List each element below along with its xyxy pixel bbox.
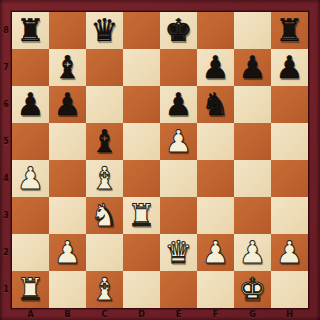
- piece-white-bishop[interactable]: ♝: [91, 271, 119, 308]
- square-g1[interactable]: ♚: [234, 271, 271, 308]
- square-d8[interactable]: [123, 12, 160, 49]
- square-a8[interactable]: ♜: [12, 12, 49, 49]
- piece-black-pawn[interactable]: ♟: [202, 49, 230, 86]
- square-g8[interactable]: [234, 12, 271, 49]
- square-c6[interactable]: [86, 86, 123, 123]
- file-label-f: F: [197, 308, 234, 320]
- piece-white-bishop[interactable]: ♝: [91, 160, 119, 197]
- square-d4[interactable]: [123, 160, 160, 197]
- square-a2[interactable]: [12, 234, 49, 271]
- piece-white-pawn[interactable]: ♟: [276, 234, 304, 271]
- square-b2[interactable]: ♟: [49, 234, 86, 271]
- piece-white-pawn[interactable]: ♟: [202, 234, 230, 271]
- square-f6[interactable]: ♞: [197, 86, 234, 123]
- square-d7[interactable]: [123, 49, 160, 86]
- square-e6[interactable]: ♟: [160, 86, 197, 123]
- square-g3[interactable]: [234, 197, 271, 234]
- square-h3[interactable]: [271, 197, 308, 234]
- chess-board: ♜♛♚♜♝♟♟♟♟♟♟♞♝♟♟♝♞♜♟♛♟♟♟♜♝♚: [12, 12, 308, 308]
- square-e3[interactable]: [160, 197, 197, 234]
- square-e5[interactable]: ♟: [160, 123, 197, 160]
- file-label-d: D: [123, 308, 160, 320]
- square-c4[interactable]: ♝: [86, 160, 123, 197]
- rank-label-8: 8: [0, 12, 12, 49]
- square-b5[interactable]: [49, 123, 86, 160]
- piece-white-pawn[interactable]: ♟: [239, 234, 267, 271]
- square-e7[interactable]: [160, 49, 197, 86]
- piece-white-pawn[interactable]: ♟: [54, 234, 82, 271]
- rank-label-4: 4: [0, 160, 12, 197]
- square-c7[interactable]: [86, 49, 123, 86]
- file-labels: ABCDEFGH: [12, 308, 308, 320]
- square-g6[interactable]: [234, 86, 271, 123]
- piece-white-pawn[interactable]: ♟: [165, 123, 193, 160]
- piece-white-king[interactable]: ♚: [239, 271, 267, 308]
- square-c1[interactable]: ♝: [86, 271, 123, 308]
- rank-label-7: 7: [0, 49, 12, 86]
- file-label-b: B: [49, 308, 86, 320]
- rank-label-5: 5: [0, 123, 12, 160]
- file-label-e: E: [160, 308, 197, 320]
- piece-black-queen[interactable]: ♛: [91, 12, 119, 49]
- square-f5[interactable]: [197, 123, 234, 160]
- piece-black-king[interactable]: ♚: [165, 12, 193, 49]
- rank-label-6: 6: [0, 86, 12, 123]
- file-label-g: G: [234, 308, 271, 320]
- square-f2[interactable]: ♟: [197, 234, 234, 271]
- piece-black-rook[interactable]: ♜: [276, 12, 304, 49]
- square-d1[interactable]: [123, 271, 160, 308]
- square-e1[interactable]: [160, 271, 197, 308]
- square-g4[interactable]: [234, 160, 271, 197]
- square-f3[interactable]: [197, 197, 234, 234]
- square-b6[interactable]: ♟: [49, 86, 86, 123]
- square-d2[interactable]: [123, 234, 160, 271]
- square-a1[interactable]: ♜: [12, 271, 49, 308]
- piece-black-pawn[interactable]: ♟: [54, 86, 82, 123]
- square-h4[interactable]: [271, 160, 308, 197]
- piece-black-pawn[interactable]: ♟: [165, 86, 193, 123]
- square-a5[interactable]: [12, 123, 49, 160]
- rank-label-2: 2: [0, 234, 12, 271]
- file-label-h: H: [271, 308, 308, 320]
- square-e4[interactable]: [160, 160, 197, 197]
- square-f4[interactable]: [197, 160, 234, 197]
- piece-white-rook[interactable]: ♜: [128, 197, 156, 234]
- square-c8[interactable]: ♛: [86, 12, 123, 49]
- square-g7[interactable]: ♟: [234, 49, 271, 86]
- square-b3[interactable]: [49, 197, 86, 234]
- piece-black-rook[interactable]: ♜: [17, 12, 45, 49]
- square-b1[interactable]: [49, 271, 86, 308]
- square-h5[interactable]: [271, 123, 308, 160]
- piece-black-bishop[interactable]: ♝: [54, 49, 82, 86]
- square-d3[interactable]: ♜: [123, 197, 160, 234]
- square-b8[interactable]: [49, 12, 86, 49]
- chess-board-frame: 87654321 ABCDEFGH ♜♛♚♜♝♟♟♟♟♟♟♞♝♟♟♝♞♜♟♛♟♟…: [0, 0, 320, 320]
- square-h8[interactable]: ♜: [271, 12, 308, 49]
- square-f7[interactable]: ♟: [197, 49, 234, 86]
- square-h1[interactable]: [271, 271, 308, 308]
- file-label-c: C: [86, 308, 123, 320]
- square-a3[interactable]: [12, 197, 49, 234]
- square-g2[interactable]: ♟: [234, 234, 271, 271]
- piece-white-knight[interactable]: ♞: [91, 197, 119, 234]
- square-a6[interactable]: ♟: [12, 86, 49, 123]
- piece-black-knight[interactable]: ♞: [202, 86, 230, 123]
- square-f1[interactable]: [197, 271, 234, 308]
- square-d6[interactable]: [123, 86, 160, 123]
- square-b7[interactable]: ♝: [49, 49, 86, 86]
- square-h6[interactable]: [271, 86, 308, 123]
- square-h2[interactable]: ♟: [271, 234, 308, 271]
- piece-white-pawn[interactable]: ♟: [17, 160, 45, 197]
- square-c3[interactable]: ♞: [86, 197, 123, 234]
- piece-black-bishop[interactable]: ♝: [91, 123, 119, 160]
- square-d5[interactable]: [123, 123, 160, 160]
- square-a7[interactable]: [12, 49, 49, 86]
- square-b4[interactable]: [49, 160, 86, 197]
- file-label-a: A: [12, 308, 49, 320]
- piece-white-queen[interactable]: ♛: [165, 234, 193, 271]
- rank-labels: 87654321: [0, 12, 12, 308]
- piece-black-pawn[interactable]: ♟: [239, 49, 267, 86]
- square-g5[interactable]: [234, 123, 271, 160]
- square-h7[interactable]: ♟: [271, 49, 308, 86]
- piece-white-rook[interactable]: ♜: [17, 271, 45, 308]
- square-e8[interactable]: ♚: [160, 12, 197, 49]
- rank-label-1: 1: [0, 271, 12, 308]
- piece-black-pawn[interactable]: ♟: [276, 49, 304, 86]
- rank-label-3: 3: [0, 197, 12, 234]
- square-c2[interactable]: [86, 234, 123, 271]
- square-e2[interactable]: ♛: [160, 234, 197, 271]
- square-a4[interactable]: ♟: [12, 160, 49, 197]
- square-c5[interactable]: ♝: [86, 123, 123, 160]
- square-f8[interactable]: [197, 12, 234, 49]
- piece-black-pawn[interactable]: ♟: [17, 86, 45, 123]
